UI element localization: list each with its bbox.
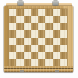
square-h3[interactable] xyxy=(60,45,67,52)
square-h5[interactable] xyxy=(60,30,67,37)
front-edge-grain xyxy=(4,66,73,72)
square-h1[interactable] xyxy=(60,59,67,66)
square-f8[interactable] xyxy=(45,9,52,16)
square-e8[interactable] xyxy=(38,9,45,16)
square-e2[interactable] xyxy=(38,52,45,59)
square-c3[interactable] xyxy=(24,45,31,52)
square-e7[interactable] xyxy=(38,16,45,23)
square-a8[interactable] xyxy=(9,9,16,16)
square-f1[interactable] xyxy=(45,59,52,66)
square-d2[interactable] xyxy=(31,52,38,59)
square-b4[interactable] xyxy=(16,38,23,45)
square-d4[interactable] xyxy=(31,38,38,45)
square-a6[interactable] xyxy=(9,23,16,30)
board-front-edge xyxy=(4,66,73,72)
square-c4[interactable] xyxy=(24,38,31,45)
square-g3[interactable] xyxy=(53,45,60,52)
square-e3[interactable] xyxy=(38,45,45,52)
square-c5[interactable] xyxy=(24,30,31,37)
square-g7[interactable] xyxy=(53,16,60,23)
square-a3[interactable] xyxy=(9,45,16,52)
square-e4[interactable] xyxy=(38,38,45,45)
square-d8[interactable] xyxy=(31,9,38,16)
square-d3[interactable] xyxy=(31,45,38,52)
square-c2[interactable] xyxy=(24,52,31,59)
square-c8[interactable] xyxy=(24,9,31,16)
square-h2[interactable] xyxy=(60,52,67,59)
square-b3[interactable] xyxy=(16,45,23,52)
square-e6[interactable] xyxy=(38,23,45,30)
square-c7[interactable] xyxy=(24,16,31,23)
square-b5[interactable] xyxy=(16,30,23,37)
square-b2[interactable] xyxy=(16,52,23,59)
square-g4[interactable] xyxy=(53,38,60,45)
square-c6[interactable] xyxy=(24,23,31,30)
square-f5[interactable] xyxy=(45,30,52,37)
square-e5[interactable] xyxy=(38,30,45,37)
square-b1[interactable] xyxy=(16,59,23,66)
square-h7[interactable] xyxy=(60,16,67,23)
square-a1[interactable] xyxy=(9,59,16,66)
board-grid xyxy=(9,9,67,66)
square-h6[interactable] xyxy=(60,23,67,30)
square-b6[interactable] xyxy=(16,23,23,30)
square-g6[interactable] xyxy=(53,23,60,30)
square-a4[interactable] xyxy=(9,38,16,45)
square-f2[interactable] xyxy=(45,52,52,59)
square-g2[interactable] xyxy=(53,52,60,59)
latch-left xyxy=(20,70,24,72)
square-g1[interactable] xyxy=(53,59,60,66)
square-a2[interactable] xyxy=(9,52,16,59)
chess-board xyxy=(4,6,73,72)
square-h4[interactable] xyxy=(60,38,67,45)
square-e1[interactable] xyxy=(38,59,45,66)
square-f7[interactable] xyxy=(45,16,52,23)
square-g5[interactable] xyxy=(53,30,60,37)
square-f3[interactable] xyxy=(45,45,52,52)
product-photo-background xyxy=(0,0,78,78)
square-f6[interactable] xyxy=(45,23,52,30)
square-d5[interactable] xyxy=(31,30,38,37)
square-d6[interactable] xyxy=(31,23,38,30)
square-a5[interactable] xyxy=(9,30,16,37)
square-h8[interactable] xyxy=(60,9,67,16)
square-g8[interactable] xyxy=(53,9,60,16)
square-c1[interactable] xyxy=(24,59,31,66)
square-b7[interactable] xyxy=(16,16,23,23)
square-b8[interactable] xyxy=(16,9,23,16)
square-d7[interactable] xyxy=(31,16,38,23)
square-a7[interactable] xyxy=(9,16,16,23)
square-d1[interactable] xyxy=(31,59,38,66)
latch-right xyxy=(55,70,59,72)
square-f4[interactable] xyxy=(45,38,52,45)
